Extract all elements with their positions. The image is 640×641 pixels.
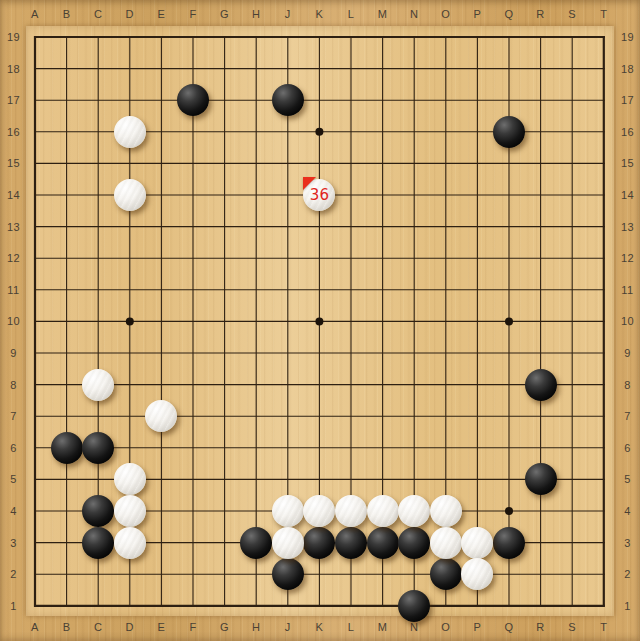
coord-row-right-18: 18 — [621, 63, 634, 75]
coord-row-right-9: 9 — [624, 347, 631, 359]
coord-row-right-7: 7 — [624, 410, 631, 422]
coord-row-left-10: 10 — [7, 315, 20, 327]
stone-black-N3[interactable] — [398, 527, 430, 559]
star-point-D10 — [126, 317, 134, 325]
coord-col-top-B: B — [63, 8, 71, 20]
star-point-Q4 — [505, 507, 513, 515]
stone-black-O2[interactable] — [430, 558, 462, 590]
coord-col-top-F: F — [189, 8, 196, 20]
star-point-Q10 — [505, 317, 513, 325]
stone-white-D4[interactable] — [114, 495, 146, 527]
coord-row-right-4: 4 — [624, 505, 631, 517]
coord-col-bottom-A: A — [31, 621, 39, 633]
coord-row-left-6: 6 — [10, 442, 17, 454]
coord-row-left-12: 12 — [7, 252, 20, 264]
stone-white-O3[interactable] — [430, 527, 462, 559]
stone-white-K14[interactable]: 36 — [303, 179, 335, 211]
coord-row-left-9: 9 — [10, 347, 17, 359]
stone-black-R5[interactable] — [525, 463, 557, 495]
coord-col-bottom-M: M — [378, 621, 388, 633]
stone-black-J2[interactable] — [272, 558, 304, 590]
stone-black-F17[interactable] — [177, 84, 209, 116]
coord-col-top-M: M — [378, 8, 388, 20]
coord-col-top-G: G — [220, 8, 229, 20]
stone-white-L4[interactable] — [335, 495, 367, 527]
stone-white-C8[interactable] — [82, 369, 114, 401]
coord-col-top-D: D — [126, 8, 134, 20]
coord-row-right-14: 14 — [621, 189, 634, 201]
coord-col-bottom-E: E — [157, 621, 165, 633]
coord-col-top-S: S — [568, 8, 576, 20]
coord-row-right-12: 12 — [621, 252, 634, 264]
coord-col-top-L: L — [348, 8, 355, 20]
stone-black-C6[interactable] — [82, 432, 114, 464]
coord-col-bottom-O: O — [441, 621, 450, 633]
stone-black-K3[interactable] — [303, 527, 335, 559]
stone-white-P3[interactable] — [461, 527, 493, 559]
coord-col-bottom-S: S — [568, 621, 576, 633]
coord-row-right-13: 13 — [621, 221, 634, 233]
coord-col-top-N: N — [410, 8, 418, 20]
coord-col-bottom-B: B — [63, 621, 71, 633]
stone-black-N1[interactable] — [398, 590, 430, 622]
coord-col-top-Q: Q — [504, 8, 513, 20]
go-board-app: AABBCCDDEEFFGGHHJJKKLLMMNNOOPPQQRRSSTT19… — [0, 0, 640, 641]
coord-row-right-17: 17 — [621, 94, 634, 106]
coord-row-right-15: 15 — [621, 157, 634, 169]
last-move-flag-icon — [303, 177, 316, 190]
coord-col-bottom-K: K — [315, 621, 323, 633]
coord-col-top-T: T — [600, 8, 607, 20]
coord-row-left-16: 16 — [7, 126, 20, 138]
coord-col-bottom-G: G — [220, 621, 229, 633]
stone-white-D3[interactable] — [114, 527, 146, 559]
stone-black-R8[interactable] — [525, 369, 557, 401]
stone-black-L3[interactable] — [335, 527, 367, 559]
coord-row-right-2: 2 — [624, 568, 631, 580]
coord-col-bottom-L: L — [348, 621, 355, 633]
coord-row-left-14: 14 — [7, 189, 20, 201]
coord-col-top-P: P — [473, 8, 481, 20]
coord-row-left-5: 5 — [10, 473, 17, 485]
stone-black-C4[interactable] — [82, 495, 114, 527]
coord-row-left-3: 3 — [10, 537, 17, 549]
coord-row-right-3: 3 — [624, 537, 631, 549]
coord-col-bottom-H: H — [252, 621, 260, 633]
coord-row-left-8: 8 — [10, 379, 17, 391]
stone-black-Q16[interactable] — [493, 116, 525, 148]
coord-row-left-11: 11 — [7, 284, 19, 296]
coord-col-top-E: E — [157, 8, 165, 20]
coord-col-bottom-T: T — [600, 621, 607, 633]
star-point-K10 — [315, 317, 323, 325]
coord-col-bottom-C: C — [94, 621, 102, 633]
stone-black-B6[interactable] — [51, 432, 83, 464]
coord-col-top-J: J — [285, 8, 291, 20]
stone-white-N4[interactable] — [398, 495, 430, 527]
coord-col-bottom-P: P — [473, 621, 481, 633]
stone-white-O4[interactable] — [430, 495, 462, 527]
coord-col-bottom-N: N — [410, 621, 418, 633]
stone-black-H3[interactable] — [240, 527, 272, 559]
coord-row-right-19: 19 — [621, 31, 634, 43]
stone-white-D16[interactable] — [114, 116, 146, 148]
coord-col-bottom-Q: Q — [504, 621, 513, 633]
coord-row-left-4: 4 — [10, 505, 17, 517]
coord-col-bottom-D: D — [126, 621, 134, 633]
coord-row-left-19: 19 — [7, 31, 20, 43]
coord-row-left-18: 18 — [7, 63, 20, 75]
stone-white-M4[interactable] — [367, 495, 399, 527]
stone-white-D5[interactable] — [114, 463, 146, 495]
coord-row-left-2: 2 — [10, 568, 17, 580]
coord-col-top-R: R — [536, 8, 544, 20]
coord-row-left-7: 7 — [10, 410, 17, 422]
coord-row-right-11: 11 — [621, 284, 633, 296]
coord-row-left-17: 17 — [7, 94, 20, 106]
coord-col-top-K: K — [315, 8, 323, 20]
stone-black-M3[interactable] — [367, 527, 399, 559]
coord-row-right-1: 1 — [624, 600, 631, 612]
coord-col-bottom-J: J — [285, 621, 291, 633]
stone-white-J4[interactable] — [272, 495, 304, 527]
coord-row-right-5: 5 — [624, 473, 631, 485]
coord-row-left-13: 13 — [7, 221, 20, 233]
star-point-K16 — [315, 128, 323, 136]
stone-white-J3[interactable] — [272, 527, 304, 559]
coord-row-left-15: 15 — [7, 157, 20, 169]
stone-black-J17[interactable] — [272, 84, 304, 116]
coord-row-right-6: 6 — [624, 442, 631, 454]
coord-row-right-10: 10 — [621, 315, 634, 327]
stone-black-Q3[interactable] — [493, 527, 525, 559]
coord-col-top-O: O — [441, 8, 450, 20]
coord-col-top-A: A — [31, 8, 39, 20]
stone-black-C3[interactable] — [82, 527, 114, 559]
stone-white-D14[interactable] — [114, 179, 146, 211]
coord-row-left-1: 1 — [10, 600, 17, 612]
coord-col-top-C: C — [94, 8, 102, 20]
coord-col-top-H: H — [252, 8, 260, 20]
coord-col-bottom-F: F — [189, 621, 196, 633]
coord-row-right-16: 16 — [621, 126, 634, 138]
coord-row-right-8: 8 — [624, 379, 631, 391]
coord-col-bottom-R: R — [536, 621, 544, 633]
